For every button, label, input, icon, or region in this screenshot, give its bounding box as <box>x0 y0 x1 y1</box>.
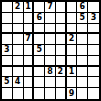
cell-r8c2-given[interactable]: 4 <box>13 77 24 88</box>
cell-r2c6-empty[interactable] <box>56 13 67 24</box>
cell-r3c1-empty[interactable] <box>2 24 13 35</box>
cell-r2c8-given[interactable]: 5 <box>77 13 88 24</box>
sudoku-board: 21766537235821549 <box>0 0 101 101</box>
cell-r6c7-empty[interactable] <box>67 56 78 67</box>
cell-r3c6-empty[interactable] <box>56 24 67 35</box>
cell-r3c8-empty[interactable] <box>77 24 88 35</box>
cell-r8c5-empty[interactable] <box>45 77 56 88</box>
cell-r9c6-empty[interactable] <box>56 88 67 99</box>
cell-r4c1-empty[interactable] <box>2 34 13 45</box>
cell-r8c9-empty[interactable] <box>88 77 99 88</box>
cell-r4c9-empty[interactable] <box>88 34 99 45</box>
cell-r1c9-empty[interactable] <box>88 2 99 13</box>
cell-r9c5-empty[interactable] <box>45 88 56 99</box>
cell-r7c2-empty[interactable] <box>13 67 24 78</box>
cell-r7c4-empty[interactable] <box>34 67 45 78</box>
cell-r9c2-empty[interactable] <box>13 88 24 99</box>
cell-r5c9-empty[interactable] <box>88 45 99 56</box>
cell-r3c3-empty[interactable] <box>24 24 35 35</box>
cell-r8c8-empty[interactable] <box>77 77 88 88</box>
cell-r3c4-empty[interactable] <box>34 24 45 35</box>
cell-r7c3-empty[interactable] <box>24 67 35 78</box>
cell-r6c3-empty[interactable] <box>24 56 35 67</box>
cell-r1c1-empty[interactable] <box>2 2 13 13</box>
cell-r3c5-empty[interactable] <box>45 24 56 35</box>
cell-r8c7-empty[interactable] <box>67 77 78 88</box>
cell-r9c4-empty[interactable] <box>34 88 45 99</box>
cell-r9c1-empty[interactable] <box>2 88 13 99</box>
cell-r1c4-empty[interactable] <box>34 2 45 13</box>
cell-r5c3-empty[interactable] <box>24 45 35 56</box>
cell-r7c5-given[interactable]: 8 <box>45 67 56 78</box>
cell-r2c5-empty[interactable] <box>45 13 56 24</box>
cell-r9c9-empty[interactable] <box>88 88 99 99</box>
cell-r3c2-empty[interactable] <box>13 24 24 35</box>
cell-r5c8-empty[interactable] <box>77 45 88 56</box>
cell-r5c6-empty[interactable] <box>56 45 67 56</box>
cell-r5c1-given[interactable]: 3 <box>2 45 13 56</box>
cell-r6c9-empty[interactable] <box>88 56 99 67</box>
cell-r6c1-empty[interactable] <box>2 56 13 67</box>
cell-r9c8-empty[interactable] <box>77 88 88 99</box>
cell-r5c5-empty[interactable] <box>45 45 56 56</box>
cell-r4c5-empty[interactable] <box>45 34 56 45</box>
cell-r2c1-empty[interactable] <box>2 13 13 24</box>
cell-r6c6-empty[interactable] <box>56 56 67 67</box>
cell-r7c1-empty[interactable] <box>2 67 13 78</box>
cell-r7c9-empty[interactable] <box>88 67 99 78</box>
cell-r2c4-given[interactable]: 6 <box>34 13 45 24</box>
cell-r3c7-empty[interactable] <box>67 24 78 35</box>
cell-r1c8-given[interactable]: 6 <box>77 2 88 13</box>
cell-r6c4-empty[interactable] <box>34 56 45 67</box>
cell-r4c8-empty[interactable] <box>77 34 88 45</box>
cell-r2c2-empty[interactable] <box>13 13 24 24</box>
cell-r4c4-empty[interactable] <box>34 34 45 45</box>
cell-r1c7-empty[interactable] <box>67 2 78 13</box>
cell-r6c2-empty[interactable] <box>13 56 24 67</box>
cell-r2c7-empty[interactable] <box>67 13 78 24</box>
cell-r1c6-empty[interactable] <box>56 2 67 13</box>
cell-r5c4-given[interactable]: 5 <box>34 45 45 56</box>
cell-r1c2-given[interactable]: 2 <box>13 2 24 13</box>
cell-r7c6-given[interactable]: 2 <box>56 67 67 78</box>
cell-r3c9-empty[interactable] <box>88 24 99 35</box>
cell-r8c6-empty[interactable] <box>56 77 67 88</box>
cell-r1c3-given[interactable]: 1 <box>24 2 35 13</box>
cell-r8c3-empty[interactable] <box>24 77 35 88</box>
cell-r4c6-empty[interactable] <box>56 34 67 45</box>
cell-r4c3-given[interactable]: 7 <box>24 34 35 45</box>
cell-r1c5-given[interactable]: 7 <box>45 2 56 13</box>
cell-r7c8-empty[interactable] <box>77 67 88 78</box>
cell-r8c4-empty[interactable] <box>34 77 45 88</box>
cell-r2c3-empty[interactable] <box>24 13 35 24</box>
cell-r9c3-empty[interactable] <box>24 88 35 99</box>
cell-r6c5-empty[interactable] <box>45 56 56 67</box>
cell-r6c8-empty[interactable] <box>77 56 88 67</box>
cell-r9c7-given[interactable]: 9 <box>67 88 78 99</box>
cell-r4c7-given[interactable]: 2 <box>67 34 78 45</box>
cell-r8c1-given[interactable]: 5 <box>2 77 13 88</box>
cell-r4c2-empty[interactable] <box>13 34 24 45</box>
cell-r7c7-given[interactable]: 1 <box>67 67 78 78</box>
cell-r2c9-given[interactable]: 3 <box>88 13 99 24</box>
cell-r5c7-empty[interactable] <box>67 45 78 56</box>
cell-r5c2-empty[interactable] <box>13 45 24 56</box>
